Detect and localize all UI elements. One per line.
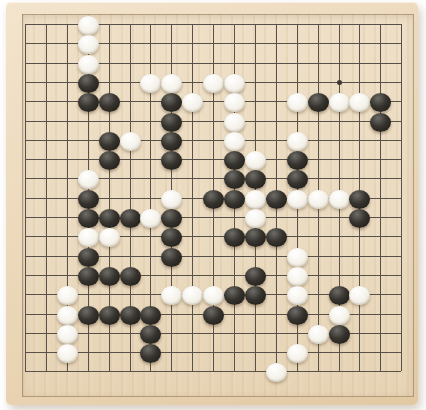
black-stone[interactable] [370,113,391,132]
white-stone[interactable] [287,190,308,209]
white-stone[interactable] [57,286,78,305]
white-stone[interactable] [224,132,245,151]
white-stone[interactable] [329,306,350,325]
white-stone[interactable] [161,190,182,209]
black-stone[interactable] [161,113,182,132]
white-stone[interactable] [182,93,203,112]
white-stone[interactable] [203,74,224,93]
black-stone[interactable] [224,286,245,305]
white-stone[interactable] [287,132,308,151]
white-stone[interactable] [224,74,245,93]
black-stone[interactable] [245,267,266,286]
white-stone[interactable] [120,132,141,151]
white-stone[interactable] [224,93,245,112]
grid-line-horizontal [25,371,401,372]
white-stone[interactable] [99,228,120,247]
black-stone[interactable] [140,306,161,325]
white-stone[interactable] [57,344,78,363]
black-stone[interactable] [245,170,266,189]
white-stone[interactable] [78,16,99,35]
grid-line-vertical [401,24,402,371]
black-stone[interactable] [99,151,120,170]
go-board-photo [0,0,426,410]
white-stone[interactable] [57,306,78,325]
black-stone[interactable] [329,325,350,344]
black-stone[interactable] [161,209,182,228]
white-stone[interactable] [308,190,329,209]
black-stone[interactable] [99,132,120,151]
white-stone[interactable] [245,190,266,209]
black-stone[interactable] [161,228,182,247]
white-stone[interactable] [140,74,161,93]
white-stone[interactable] [287,93,308,112]
black-stone[interactable] [161,151,182,170]
black-stone[interactable] [78,93,99,112]
white-stone[interactable] [161,74,182,93]
black-stone[interactable] [78,74,99,93]
black-stone[interactable] [203,306,224,325]
white-stone[interactable] [287,344,308,363]
grid-line-vertical [46,24,47,371]
hoshi-point [337,80,342,85]
black-stone[interactable] [245,228,266,247]
black-stone[interactable] [266,190,287,209]
white-stone[interactable] [203,286,224,305]
black-stone[interactable] [99,93,120,112]
white-stone[interactable] [329,190,350,209]
black-stone[interactable] [266,228,287,247]
black-stone[interactable] [140,344,161,363]
white-stone[interactable] [57,325,78,344]
black-stone[interactable] [161,93,182,112]
white-stone[interactable] [245,209,266,228]
black-stone[interactable] [349,209,370,228]
white-stone[interactable] [266,363,287,382]
white-stone[interactable] [140,209,161,228]
white-stone[interactable] [182,286,203,305]
white-stone[interactable] [161,286,182,305]
white-stone[interactable] [349,93,370,112]
white-stone[interactable] [224,113,245,132]
black-stone[interactable] [161,248,182,267]
black-stone[interactable] [99,267,120,286]
black-stone[interactable] [349,190,370,209]
black-stone[interactable] [287,170,308,189]
white-stone[interactable] [78,228,99,247]
black-stone[interactable] [99,209,120,228]
black-stone[interactable] [78,267,99,286]
black-stone[interactable] [203,190,224,209]
black-stone[interactable] [224,170,245,189]
grid-line-vertical [380,24,381,371]
white-stone[interactable] [245,151,266,170]
grid-line-vertical [25,24,26,371]
black-stone[interactable] [120,306,141,325]
black-stone[interactable] [224,228,245,247]
black-stone[interactable] [287,306,308,325]
white-stone[interactable] [308,325,329,344]
black-stone[interactable] [120,209,141,228]
white-stone[interactable] [349,286,370,305]
black-stone[interactable] [99,306,120,325]
white-stone[interactable] [78,170,99,189]
black-stone[interactable] [140,325,161,344]
black-stone[interactable] [370,93,391,112]
white-stone[interactable] [287,286,308,305]
black-stone[interactable] [224,151,245,170]
white-stone[interactable] [329,93,350,112]
black-stone[interactable] [78,190,99,209]
black-stone[interactable] [308,93,329,112]
white-stone[interactable] [78,35,99,54]
black-stone[interactable] [329,286,350,305]
black-stone[interactable] [287,151,308,170]
grid-line-vertical [192,24,193,371]
black-stone[interactable] [78,248,99,267]
black-stone[interactable] [120,267,141,286]
black-stone[interactable] [161,132,182,151]
black-stone[interactable] [78,306,99,325]
white-stone[interactable] [287,267,308,286]
black-stone[interactable] [245,286,266,305]
black-stone[interactable] [78,209,99,228]
white-stone[interactable] [287,248,308,267]
white-stone[interactable] [78,55,99,74]
black-stone[interactable] [224,190,245,209]
